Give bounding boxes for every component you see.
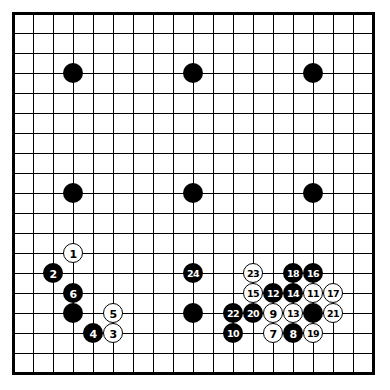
black-stone-move-22: 22: [223, 303, 243, 323]
move-number: 22: [227, 309, 239, 319]
go-diagram: 123456789101112131415161718192021222324: [0, 0, 390, 390]
black-stone-move-12: 12: [263, 283, 283, 303]
move-number: 13: [287, 309, 299, 319]
black-stone-move-8: 8: [283, 323, 303, 343]
black-stone-move-10: 10: [223, 323, 243, 343]
white-stone-move-1: 1: [63, 243, 83, 263]
black-stone-move-24: 24: [183, 263, 203, 283]
go-board: 123456789101112131415161718192021222324: [0, 0, 390, 390]
move-number: 8: [289, 328, 296, 339]
black-stone-move-16: 16: [303, 263, 323, 283]
move-number: 19: [307, 329, 319, 339]
handicap-black-stone: [183, 303, 203, 323]
move-number: 24: [187, 269, 199, 279]
black-stone-move-18: 18: [283, 263, 303, 283]
white-stone-move-13: 13: [283, 303, 303, 323]
move-number: 2: [49, 268, 56, 279]
move-number: 9: [269, 308, 276, 319]
black-stone-move-14: 14: [283, 283, 303, 303]
black-stone-move-4: 4: [83, 323, 103, 343]
move-number: 11: [307, 289, 319, 299]
move-number: 10: [227, 329, 239, 339]
black-stone-move-6: 6: [63, 283, 83, 303]
grid-line-horizontal: [13, 213, 373, 214]
move-number: 4: [89, 328, 96, 339]
move-number: 12: [267, 289, 279, 299]
white-stone-move-17: 17: [323, 283, 343, 303]
white-stone-move-19: 19: [303, 323, 323, 343]
handicap-black-stone: [183, 183, 203, 203]
move-number: 5: [109, 308, 116, 319]
move-number: 14: [287, 289, 299, 299]
handicap-black-stone: [303, 183, 323, 203]
handicap-black-stone: [63, 303, 83, 323]
move-number: 15: [247, 289, 259, 299]
white-stone-move-5: 5: [103, 303, 123, 323]
white-stone-move-9: 9: [263, 303, 283, 323]
grid-line-horizontal: [13, 353, 373, 354]
handicap-black-stone: [63, 63, 83, 83]
move-number: 3: [109, 328, 116, 339]
move-number: 7: [269, 328, 276, 339]
move-number: 1: [69, 248, 76, 259]
handicap-black-stone: [303, 303, 323, 323]
grid-line-vertical: [213, 13, 214, 373]
move-number: 18: [287, 269, 299, 279]
white-stone-move-21: 21: [323, 303, 343, 323]
grid-line-horizontal: [13, 233, 373, 234]
handicap-black-stone: [183, 63, 203, 83]
white-stone-move-3: 3: [103, 323, 123, 343]
handicap-black-stone: [303, 63, 323, 83]
black-stone-move-20: 20: [243, 303, 263, 323]
move-number: 16: [307, 269, 319, 279]
white-stone-move-7: 7: [263, 323, 283, 343]
handicap-black-stone: [63, 183, 83, 203]
move-number: 17: [327, 289, 339, 299]
white-stone-move-23: 23: [243, 263, 263, 283]
move-number: 20: [247, 309, 259, 319]
move-number: 6: [69, 288, 76, 299]
move-number: 23: [247, 269, 259, 279]
grid-line-vertical: [353, 13, 354, 373]
black-stone-move-2: 2: [43, 263, 63, 283]
white-stone-move-11: 11: [303, 283, 323, 303]
move-number: 21: [327, 309, 339, 319]
white-stone-move-15: 15: [243, 283, 263, 303]
